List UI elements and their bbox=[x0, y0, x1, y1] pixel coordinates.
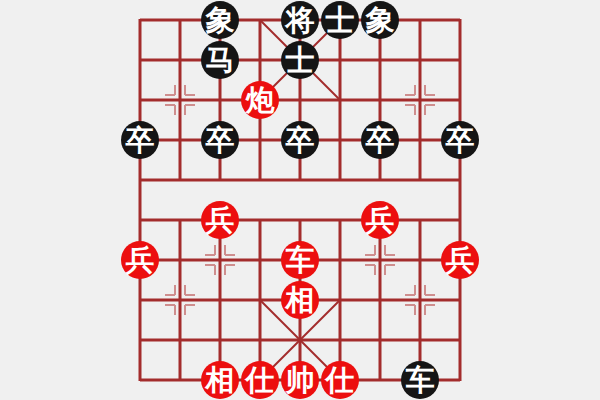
piece-red-soldier[interactable]: 兵 bbox=[121, 241, 159, 279]
piece-red-soldier[interactable]: 兵 bbox=[361, 201, 399, 239]
piece-black-advisor[interactable]: 士 bbox=[321, 1, 359, 39]
piece-red-advisor[interactable]: 仕 bbox=[241, 361, 279, 399]
piece-red-elephant[interactable]: 相 bbox=[201, 361, 239, 399]
piece-red-soldier[interactable]: 兵 bbox=[441, 241, 479, 279]
piece-black-soldier[interactable]: 卒 bbox=[121, 121, 159, 159]
piece-black-soldier[interactable]: 卒 bbox=[441, 121, 479, 159]
piece-black-soldier[interactable]: 卒 bbox=[361, 121, 399, 159]
piece-black-elephant[interactable]: 象 bbox=[201, 1, 239, 39]
pieces-layer: 象将士象马士炮卒卒卒卒卒兵兵兵车兵相相仕帅仕车 bbox=[120, 0, 480, 400]
piece-red-advisor[interactable]: 仕 bbox=[321, 361, 359, 399]
piece-red-cannon[interactable]: 炮 bbox=[241, 81, 279, 119]
piece-red-king[interactable]: 帅 bbox=[281, 361, 319, 399]
piece-black-soldier[interactable]: 卒 bbox=[201, 121, 239, 159]
piece-black-elephant[interactable]: 象 bbox=[361, 1, 399, 39]
xiangqi-board[interactable]: 象将士象马士炮卒卒卒卒卒兵兵兵车兵相相仕帅仕车 bbox=[0, 0, 600, 400]
piece-black-horse[interactable]: 马 bbox=[201, 41, 239, 79]
piece-red-chariot[interactable]: 车 bbox=[281, 241, 319, 279]
piece-black-soldier[interactable]: 卒 bbox=[281, 121, 319, 159]
piece-black-general[interactable]: 将 bbox=[281, 1, 319, 39]
piece-red-elephant[interactable]: 相 bbox=[281, 281, 319, 319]
piece-black-chariot[interactable]: 车 bbox=[401, 361, 439, 399]
piece-red-soldier[interactable]: 兵 bbox=[201, 201, 239, 239]
piece-black-advisor[interactable]: 士 bbox=[281, 41, 319, 79]
